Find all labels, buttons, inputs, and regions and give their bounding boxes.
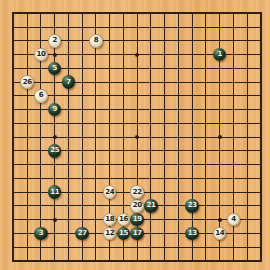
stone-white-26-B14: 26 [20,75,34,89]
stone-white-24-H6: 24 [103,185,117,199]
stone-black-7-E14: 7 [62,75,76,89]
stone-white-10-C16: 10 [34,48,48,62]
stone-white-8-G17: 8 [89,34,103,48]
star-point-D4 [53,218,57,222]
stone-black-3-C3: 3 [34,227,48,241]
grid-line-h-18 [12,260,262,262]
stone-white-2-D17: 2 [48,34,62,48]
stone-black-19-K4: 19 [130,213,144,227]
grid-line-v-11 [164,12,165,262]
stone-black-17-K3: 17 [130,227,144,241]
grid-line-v-17 [247,12,248,262]
stone-black-15-J3: 15 [117,227,131,241]
stone-white-18-H4: 18 [103,213,117,227]
stone-black-21-L5: 21 [144,199,158,213]
stone-white-4-R4: 4 [227,213,241,227]
grid-line-h-11 [12,164,262,165]
star-point-Q10 [218,135,222,139]
grid-line-v-14 [205,12,206,262]
grid-line-v-12 [178,12,179,262]
stone-black-27-F3: 27 [75,227,89,241]
stone-black-13-O3: 13 [185,227,199,241]
go-board[interactable]: 1234567891011121314151617181920212223242… [0,0,270,270]
stone-white-22-K6: 22 [130,185,144,199]
stone-black-11-D6: 11 [48,185,62,199]
stone-white-20-K5: 20 [130,199,144,213]
stone-white-6-C13: 6 [34,89,48,103]
star-point-D10 [53,135,57,139]
stone-black-1-Q16: 1 [213,48,227,62]
stone-white-12-H3: 12 [103,227,117,241]
grid-line-h-12 [12,178,262,179]
stone-black-5-D15: 5 [48,62,62,76]
stone-black-25-D9: 25 [48,144,62,158]
grid-line-v-18 [260,12,262,262]
grid-line-h-17 [12,247,262,248]
star-point-D16 [53,53,57,57]
star-point-Q4 [218,218,222,222]
grid-line-v-13 [192,12,193,262]
grid-line-v-10 [150,12,151,262]
stone-white-14-Q3: 14 [213,227,227,241]
star-point-K10 [135,135,139,139]
star-point-K16 [135,53,139,57]
stone-white-16-J4: 16 [117,213,131,227]
stone-black-9-D12: 9 [48,103,62,117]
stone-black-23-O5: 23 [185,199,199,213]
